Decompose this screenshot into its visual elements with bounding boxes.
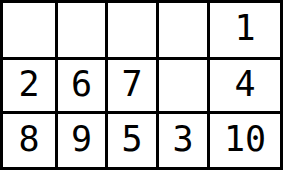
cell-r0c0[interactable] (3, 3, 55, 57)
cell-r0c3[interactable] (159, 3, 207, 57)
cell-r1c1[interactable]: 6 (58, 60, 105, 111)
cell-r0c2[interactable] (108, 3, 156, 57)
cell-r2c4[interactable]: 10 (210, 114, 280, 167)
cell-r1c2[interactable]: 7 (108, 60, 156, 111)
cell-r0c4[interactable]: 1 (210, 3, 280, 57)
cell-r2c2[interactable]: 5 (108, 114, 156, 167)
cell-r1c0[interactable]: 2 (3, 60, 55, 111)
cell-r2c1[interactable]: 9 (58, 114, 105, 167)
puzzle-grid: 1 2 6 7 4 8 9 5 3 10 (0, 0, 283, 170)
cell-r1c4[interactable]: 4 (210, 60, 280, 111)
cell-r2c0[interactable]: 8 (3, 114, 55, 167)
cell-r0c1[interactable] (58, 3, 105, 57)
cell-r1c3[interactable] (159, 60, 207, 111)
cell-r2c3[interactable]: 3 (159, 114, 207, 167)
